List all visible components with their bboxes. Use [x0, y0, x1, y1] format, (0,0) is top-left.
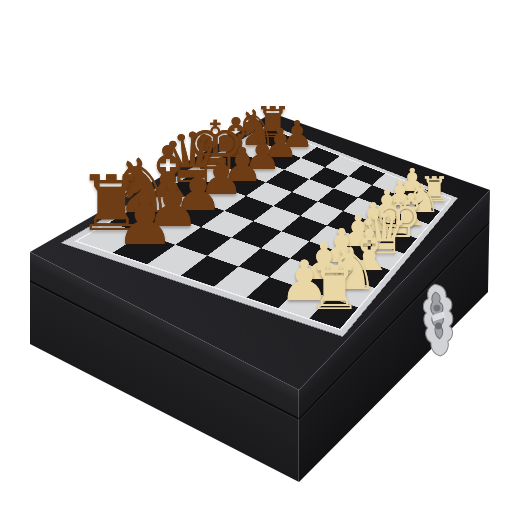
- clasp-graphic: [416, 280, 460, 359]
- metal-clasp-icon: [416, 280, 460, 359]
- chess-set-photo: ♜♞♝♛♚♝♞♜♟♟♟♟♟♟♟♟♟♟♟♟♟♟♟♟♜♞♝♛♚♝♞♜: [0, 0, 510, 510]
